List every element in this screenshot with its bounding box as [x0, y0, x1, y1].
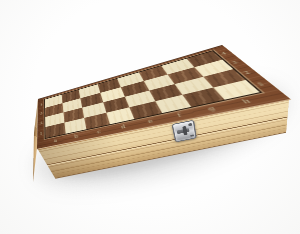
clasp-latch-icon: [171, 120, 196, 143]
rank-label-left-3: 3: [40, 111, 43, 115]
file-label-b: b: [74, 133, 78, 138]
rank-label-right-3: 3: [230, 60, 239, 65]
file-label-g: g: [206, 105, 216, 111]
file-label-h: h: [241, 98, 253, 104]
rank-label-right-1: 1: [255, 81, 266, 87]
clasp-screw: [188, 123, 191, 126]
rank-label-left-2: 2: [40, 121, 43, 125]
rank-label-left-1: 1: [40, 131, 43, 136]
rank-label-right-2: 2: [242, 70, 252, 75]
file-label-f: f: [176, 112, 182, 118]
rank-label-left-4: 4: [40, 103, 43, 107]
file-label-a: a: [54, 138, 57, 143]
chess-box-product-photo: abcdefgh43214321: [0, 0, 300, 234]
file-label-c: c: [96, 129, 101, 134]
file-label-e: e: [147, 118, 154, 124]
clasp-slot: [182, 126, 187, 135]
rank-label-right-4: 4: [220, 51, 228, 55]
file-label-d: d: [120, 124, 126, 130]
clasp-screw: [190, 134, 193, 137]
